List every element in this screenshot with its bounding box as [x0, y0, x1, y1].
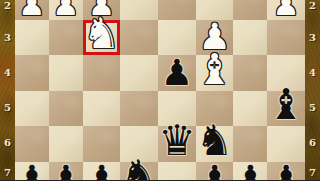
square-c2[interactable] — [196, 0, 234, 20]
square-b7[interactable]: ♟ — [233, 162, 267, 181]
square-e6[interactable] — [120, 126, 158, 162]
square-g6[interactable] — [49, 126, 83, 162]
white-bishop-icon: ♝ — [196, 49, 234, 91]
square-c4[interactable]: ♝ — [196, 55, 234, 91]
square-d6[interactable]: ♛ — [158, 126, 196, 162]
square-d7[interactable] — [158, 162, 196, 181]
rank-label-right-6: 6 — [305, 136, 320, 147]
white-pawn-icon: ♟ — [198, 19, 230, 55]
square-f6[interactable] — [83, 126, 121, 162]
rank-label-left-2: 2 — [0, 0, 15, 10]
black-pawn-icon: ♟ — [270, 161, 302, 180]
square-e2[interactable] — [120, 0, 158, 20]
white-knight-icon: ♞ — [83, 13, 121, 55]
black-bishop-icon: ♝ — [267, 84, 305, 126]
square-e4[interactable] — [120, 55, 158, 91]
square-c3[interactable]: ♟ — [196, 20, 234, 56]
board-frame-left: 234567 — [0, 0, 15, 180]
white-pawn-icon: ♟ — [273, 0, 300, 20]
square-d4[interactable]: ♟ — [158, 55, 196, 91]
square-g2[interactable]: ♟ — [49, 0, 83, 20]
black-pawn-icon: ♟ — [161, 55, 193, 91]
chess-board: ♟♟♟♟♞♟♟♝♝♛♞♟♟♟♞♟♟♟ — [15, 0, 305, 180]
square-f3[interactable]: ♞ — [83, 20, 121, 56]
black-pawn-icon: ♟ — [50, 161, 82, 180]
square-h4[interactable] — [15, 55, 49, 91]
square-b4[interactable] — [233, 55, 267, 91]
square-b2[interactable] — [233, 0, 267, 20]
rank-label-left-6: 6 — [0, 136, 15, 147]
black-knight-icon: ♞ — [196, 120, 234, 162]
square-a6[interactable] — [267, 126, 305, 162]
black-pawn-icon: ♟ — [198, 161, 230, 180]
square-g7[interactable]: ♟ — [49, 162, 83, 181]
rank-label-left-7: 7 — [0, 166, 15, 177]
square-a3[interactable] — [267, 20, 305, 56]
square-f7[interactable]: ♟ — [83, 162, 121, 181]
rank-label-left-4: 4 — [0, 67, 15, 78]
square-e7[interactable]: ♞ — [120, 162, 158, 181]
square-d2[interactable] — [158, 0, 196, 20]
white-pawn-icon: ♟ — [88, 0, 115, 20]
square-g3[interactable] — [49, 20, 83, 56]
square-h6[interactable] — [15, 126, 49, 162]
square-b6[interactable] — [233, 126, 267, 162]
square-a4[interactable] — [267, 55, 305, 91]
square-b3[interactable] — [233, 20, 267, 56]
square-f2[interactable]: ♟ — [83, 0, 121, 20]
square-c7[interactable]: ♟ — [196, 162, 234, 181]
square-h5[interactable] — [15, 91, 49, 127]
square-g5[interactable] — [49, 91, 83, 127]
square-f4[interactable] — [83, 55, 121, 91]
rank-label-right-2: 2 — [305, 0, 320, 10]
rank-label-right-7: 7 — [305, 166, 320, 177]
white-pawn-icon: ♟ — [19, 0, 46, 20]
square-h2[interactable]: ♟ — [15, 0, 49, 20]
square-a2[interactable]: ♟ — [267, 0, 305, 20]
square-d3[interactable] — [158, 20, 196, 56]
square-g4[interactable] — [49, 55, 83, 91]
square-c6[interactable]: ♞ — [196, 126, 234, 162]
rank-label-left-3: 3 — [0, 32, 15, 43]
square-e5[interactable] — [120, 91, 158, 127]
square-a5[interactable]: ♝ — [267, 91, 305, 127]
square-e3[interactable] — [120, 20, 158, 56]
square-h3[interactable] — [15, 20, 49, 56]
rank-label-right-5: 5 — [305, 102, 320, 113]
square-a7[interactable]: ♟ — [267, 162, 305, 181]
white-pawn-icon: ♟ — [52, 0, 79, 20]
board-frame-right: 234567 — [305, 0, 320, 180]
black-pawn-icon: ♟ — [234, 161, 266, 180]
rank-label-left-5: 5 — [0, 102, 15, 113]
rank-label-right-3: 3 — [305, 32, 320, 43]
black-pawn-icon: ♟ — [86, 161, 118, 180]
square-b5[interactable] — [233, 91, 267, 127]
black-queen-icon: ♛ — [158, 120, 196, 162]
square-c5[interactable] — [196, 91, 234, 127]
black-pawn-icon: ♟ — [16, 161, 48, 180]
rank-label-right-4: 4 — [305, 67, 320, 78]
square-f5[interactable] — [83, 91, 121, 127]
chess-game-screen: ♟♟♟♟♞♟♟♝♝♛♞♟♟♟♞♟♟♟ 234567 234567 — [0, 0, 320, 180]
square-d5[interactable] — [158, 91, 196, 127]
square-h7[interactable]: ♟ — [15, 162, 49, 181]
